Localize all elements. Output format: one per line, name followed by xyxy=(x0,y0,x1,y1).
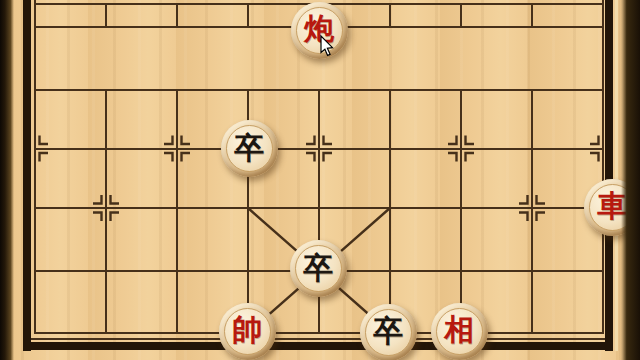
board-frame-bottom xyxy=(23,342,613,350)
piece-red-elephant-g1[interactable]: 相 xyxy=(431,303,488,360)
piece-black-soldier-f1[interactable]: 卒 xyxy=(360,304,417,360)
piece-face: 卒 xyxy=(295,245,342,292)
board-frame-left xyxy=(23,0,31,351)
arrow-cursor-icon xyxy=(320,35,340,61)
piece-red-general-d1[interactable]: 帥 xyxy=(219,303,276,360)
piece-character: 相 xyxy=(444,315,474,345)
piece-black-soldier-e2[interactable]: 卒 xyxy=(290,240,347,297)
board-frame-right xyxy=(605,0,613,351)
piece-face: 卒 xyxy=(226,125,273,172)
piece-character: 帥 xyxy=(232,315,262,345)
window-edge-shadow-left xyxy=(0,0,14,360)
piece-character: 卒 xyxy=(303,253,333,283)
piece-face: 相 xyxy=(436,308,483,355)
piece-black-soldier-d4[interactable]: 卒 xyxy=(221,120,278,177)
xiangqi-app-window: 炮卒車卒帥卒相 xyxy=(0,0,640,360)
window-edge-shadow-right xyxy=(621,0,640,360)
piece-face: 卒 xyxy=(365,309,412,356)
piece-face: 帥 xyxy=(224,308,271,355)
piece-character: 卒 xyxy=(234,133,264,163)
board-frame-bevel xyxy=(615,0,618,351)
piece-character: 卒 xyxy=(373,316,403,346)
